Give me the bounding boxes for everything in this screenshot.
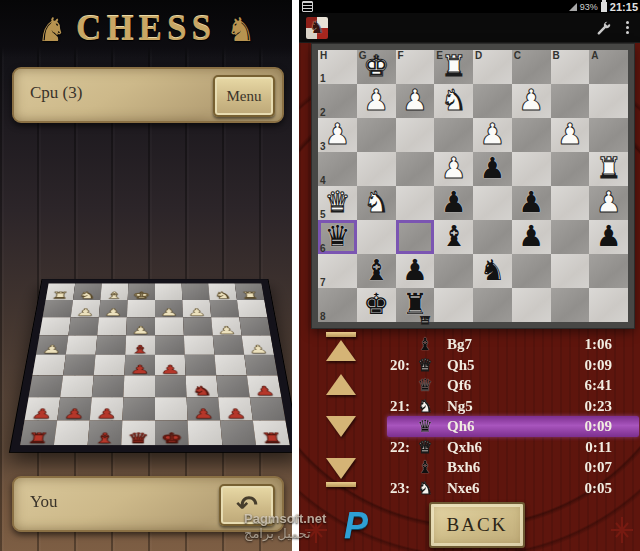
black-bishop-icon: ♝ [412,459,438,476]
you-bar: You ↶ [12,476,284,532]
square-a3[interactable] [239,317,270,335]
rank-label-1: 1 [320,73,326,84]
square-h1[interactable]: ♜ [46,284,75,300]
move-row-Qxh6[interactable]: 22:♛Qxh60:11 [299,437,640,458]
square-d5[interactable]: ♟ [155,355,186,376]
piece-cream-pawn-c2: ♟ [187,307,206,317]
square-b4[interactable] [213,336,244,355]
piece-black-pawn-d4: ♟ [479,154,505,183]
square-g8[interactable] [54,420,90,445]
square-g6[interactable] [60,375,94,397]
move-number: 21: [299,398,412,415]
square-c5[interactable]: ♟ [512,186,551,220]
square-e8[interactable]: ♛ [121,420,155,445]
square-d3[interactable] [155,317,184,335]
square-d5[interactable] [473,186,512,220]
battery-percent: 93% [580,2,598,12]
piece-red-pawn-d5: ♟ [160,364,180,376]
square-e5[interactable]: ♟ [124,355,155,376]
piece-cream-pawn-g2: ♟ [76,307,95,317]
piece-black-pawn-a6: ♟ [596,222,622,251]
piece-red-pawn-c7: ♟ [192,407,214,420]
move-time: 0:07 [552,459,640,476]
move-time: 0:09 [552,418,640,435]
move-san: Bg7 [438,336,552,353]
square-f6[interactable] [396,220,435,254]
left-app-panel: ♞ CHESS ♞ Cpu (3) Menu ♜♞♝♚♞♜♟♟♟♟♟♟♟♝♟♟♟… [0,0,292,551]
piece-red-queen-e8: ♛ [127,431,149,445]
move-time: 1:06 [552,336,640,353]
piece-white-pawn-h3: ♟ [324,120,350,149]
square-g4[interactable] [66,336,97,355]
square-g2[interactable]: ♟ [357,84,396,118]
file-label-f: F [398,50,404,61]
move-time: 0:23 [552,398,640,415]
square-h5[interactable]: ♛5 [318,186,357,220]
square-c4[interactable] [512,152,551,186]
square-e4[interactable]: ♟ [434,152,473,186]
piece-cream-knight-g1: ♞ [78,291,97,300]
piece-cream-pawn-h4: ♟ [41,344,62,355]
square-c3[interactable] [512,118,551,152]
square-e7[interactable] [434,254,473,288]
rank-label-3: 3 [320,141,326,152]
piece-white-knight-e2: ♞ [441,86,467,115]
board-3d-wrapper: ♜♞♝♚♞♜♟♟♟♟♟♟♟♝♟♟♟♞♟♟♟♟♟♟♜♝♛♚♜ [10,208,282,442]
square-f7[interactable]: ♟ [90,397,124,420]
square-f2[interactable]: ♟ [99,300,128,317]
square-g4[interactable] [357,152,396,186]
square-d2[interactable] [473,84,512,118]
square-d8[interactable]: ♚ [155,420,189,445]
piece-black-rook-f8: ♜ [402,290,428,319]
square-c7[interactable]: ♟ [187,397,221,420]
square-b7[interactable] [551,254,590,288]
rank-label-4: 4 [320,175,326,186]
file-label-h: H [320,50,327,61]
square-e4[interactable]: ♝ [125,336,155,355]
square-d4[interactable] [155,336,185,355]
square-a4[interactable]: ♜ [589,152,628,186]
piece-cream-pawn-b3: ♟ [217,325,237,335]
square-b8[interactable] [220,420,256,445]
square-d4[interactable]: ♟ [473,152,512,186]
square-e7[interactable] [122,397,155,420]
square-f2[interactable]: ♟ [396,84,435,118]
square-h4[interactable]: ♟ [36,336,68,355]
knight-right-icon: ♞ [226,13,256,46]
square-h3[interactable] [39,317,70,335]
piece-black-knight-d7: ♞ [479,256,505,285]
move-number: 22: [299,439,412,456]
piece-cream-rook-a1: ♜ [240,291,259,300]
square-b6[interactable] [551,220,590,254]
square-b6[interactable] [216,375,250,397]
file-label-e: E [436,50,443,61]
square-e6[interactable]: ♝ [434,220,473,254]
square-h3[interactable]: ♟3 [318,118,357,152]
square-g1[interactable]: ♞ [73,284,102,300]
piece-black-pawn-e5: ♟ [441,188,467,217]
square-f5[interactable] [396,186,435,220]
square-d7[interactable] [155,397,188,420]
piece-white-rook-a4: ♜ [596,154,622,183]
square-c3[interactable] [183,317,213,335]
piece-white-rook-e1: ♜ [441,52,467,81]
square-a6[interactable]: ♟ [589,220,628,254]
piece-white-pawn-d3: ♟ [479,120,505,149]
app-title: CHESS [76,9,216,49]
square-g7[interactable]: ♝ [357,254,396,288]
piece-white-pawn-b3: ♟ [557,120,583,149]
piece-red-rook-a8: ♜ [260,431,284,445]
square-a5[interactable]: ♟ [589,186,628,220]
square-b3[interactable]: ♟ [211,317,241,335]
square-h8[interactable]: ♜ [20,420,57,445]
menu-button-label: Menu [227,88,262,105]
square-a2[interactable] [589,84,628,118]
black-bishop-icon: ♝ [412,336,438,353]
square-a6[interactable]: ♟ [247,375,281,397]
piece-red-pawn-e5: ♟ [130,364,150,376]
white-knight-icon: ♞ [412,480,438,497]
piece-red-pawn-g7: ♟ [63,407,86,420]
piece-cream-pawn-a4: ♟ [248,344,269,355]
right-app-panel: 93% 21:15 ♞ H1♚GF♜EDCBA2♟♟♞♟♟3♟♟4♟♟♜♛5♞♟… [299,0,640,551]
square-b4[interactable] [551,152,590,186]
move-san: Qf6 [438,377,552,394]
file-label-b: B [553,50,560,61]
move-row-Qf6[interactable]: ♛Qf66:41 [299,375,640,396]
square-f3[interactable] [97,317,127,335]
square-c7[interactable] [512,254,551,288]
cpu-bar: Cpu (3) Menu [12,67,284,123]
rank-label-6: 6 [320,243,326,254]
move-san: Qxh6 [438,439,552,456]
square-c1[interactable]: C [512,50,551,84]
piece-white-pawn-g2: ♟ [363,86,389,115]
corner-ornament-left [301,515,331,545]
square-f7[interactable]: ♟ [396,254,435,288]
square-a7[interactable] [250,397,286,420]
square-e5[interactable]: ♟ [434,186,473,220]
signal-icon [569,3,577,11]
square-d6[interactable] [473,220,512,254]
piece-black-bishop-e6: ♝ [441,222,467,251]
square-g5[interactable] [63,355,95,376]
piece-black-queen-h6: ♛ [324,222,350,251]
action-bar: ♞ [299,13,640,43]
battery-icon [601,2,607,12]
move-list: ♛♝Bg71:0620:♛Qh50:09♛Qf66:4121:♞Ng50:23♛… [299,316,640,506]
white-knight-icon: ♞ [412,398,438,415]
panel-divider [292,0,299,551]
move-san: Ng5 [438,398,552,415]
move-row-Ng5[interactable]: 21:♞Ng50:23 [299,396,640,417]
clock-time: 21:15 [610,1,638,13]
piece-cream-bishop-f1: ♝ [105,291,123,300]
square-d1[interactable] [155,284,182,300]
white-partial-icon: ♛ [412,316,438,327]
piece-red-pawn-f7: ♟ [95,407,117,420]
piece-black-pawn-f7: ♟ [402,256,428,285]
piece-red-pawn-b7: ♟ [225,407,248,420]
square-d3[interactable]: ♟ [473,118,512,152]
square-h7[interactable]: 7 [318,254,357,288]
piece-red-bishop-e4: ♝ [130,344,150,355]
piece-black-pawn-c5: ♟ [518,188,544,217]
piece-black-pawn-c6: ♟ [518,222,544,251]
square-b7[interactable]: ♟ [218,397,253,420]
piece-red-pawn-h7: ♟ [30,407,53,420]
square-a8[interactable]: ♜ [253,420,290,445]
menu-button[interactable]: Menu [213,75,275,117]
black-queen-icon: ♛ [412,418,438,435]
screenshot-canvas: ♞ CHESS ♞ Cpu (3) Menu ♜♞♝♚♞♜♟♟♟♟♟♟♟♝♟♟♟… [0,0,640,551]
square-b1[interactable]: ♞ [208,284,237,300]
square-a2[interactable] [237,300,267,317]
move-san: Qh6 [438,418,552,435]
white-queen-icon: ♛ [412,357,438,374]
square-a3[interactable] [589,118,628,152]
status-right-cluster: 93% 21:15 [569,1,638,13]
move-row-Bg7[interactable]: ♝Bg71:06 [299,334,640,355]
rank-label-5: 5 [320,209,326,220]
square-e2[interactable]: ♞ [434,84,473,118]
piece-red-knight-c6: ♞ [191,385,212,397]
square-h2[interactable]: 2 [318,84,357,118]
piece-red-bishop-f8: ♝ [93,431,116,445]
square-e1[interactable]: ♜E [434,50,473,84]
square-h6[interactable] [29,375,63,397]
move-number: 20: [299,357,412,374]
square-c6[interactable]: ♞ [186,375,219,397]
square-g3[interactable] [68,317,98,335]
square-a7[interactable] [589,254,628,288]
move-san: Nxe6 [438,480,552,497]
settings-wrench-icon[interactable] [596,20,612,36]
you-label: You [30,492,58,512]
file-label-c: C [514,50,521,61]
move-san: Qh5 [438,357,552,374]
move-time: 6:41 [552,377,640,394]
file-label-g: G [359,50,367,61]
white-queen-icon: ♛ [412,439,438,456]
square-d6[interactable] [155,375,187,397]
square-g3[interactable] [357,118,396,152]
move-row-Nxe6[interactable]: 23:♞Nxe60:05 [299,478,640,499]
square-g2[interactable]: ♟ [71,300,101,317]
piece-white-pawn-c2: ♟ [518,86,544,115]
square-d1[interactable]: D [473,50,512,84]
move-row-Qh6[interactable]: ♛Qh60:09 [299,416,640,437]
square-c4[interactable] [184,336,215,355]
file-label-a: A [591,50,598,61]
square-e2[interactable] [127,300,155,317]
piece-cream-pawn-f2: ♟ [104,307,123,317]
square-h2[interactable] [43,300,73,317]
back-button-label: BACK [447,514,508,536]
piece-white-pawn-a5: ♟ [596,188,622,217]
move-time: 0:05 [552,480,640,497]
piece-white-king-g1: ♚ [363,52,389,81]
square-e1[interactable]: ♚ [128,284,155,300]
square-h1[interactable]: H1 [318,50,357,84]
analysis-board: H1♚GF♜EDCBA2♟♟♞♟♟3♟♟4♟♟♜♛5♞♟♟♟♛6♝♟♟7♝♟♞8… [312,44,634,328]
square-h7[interactable]: ♟ [25,397,61,420]
overflow-menu-icon[interactable] [626,21,630,34]
rank-label-2: 2 [320,107,326,118]
move-number: 23: [299,480,412,497]
square-g6[interactable] [357,220,396,254]
piece-red-pawn-a6: ♟ [253,385,276,397]
square-h4[interactable]: 4 [318,152,357,186]
square-c2[interactable]: ♟ [512,84,551,118]
notification-icon [302,1,313,12]
square-c5[interactable] [185,355,217,376]
square-c8[interactable] [188,420,223,445]
board-3d: ♜♞♝♚♞♜♟♟♟♟♟♟♟♝♟♟♟♞♟♟♟♟♟♟♜♝♛♚♜ [10,279,292,452]
square-e6[interactable] [123,375,155,397]
square-f6[interactable] [92,375,125,397]
move-row-partial[interactable]: ♛ [299,316,640,329]
piece-cream-knight-b1: ♞ [213,291,232,300]
move-time: 0:09 [552,357,640,374]
piece-cream-pawn-d2: ♟ [160,307,179,317]
square-a4[interactable]: ♟ [242,336,274,355]
square-g5[interactable]: ♞ [357,186,396,220]
square-h5[interactable] [32,355,65,376]
square-e3[interactable]: ♟ [126,317,155,335]
square-f8[interactable]: ♝ [88,420,123,445]
square-f4[interactable] [396,152,435,186]
square-b3[interactable]: ♟ [551,118,590,152]
square-b1[interactable]: B [551,50,590,84]
square-d2[interactable]: ♟ [155,300,183,317]
piece-red-rook-h8: ♜ [26,431,50,445]
knight-left-icon: ♞ [37,13,67,46]
move-time: 0:11 [552,439,640,456]
square-b2[interactable] [210,300,240,317]
piece-white-knight-g5: ♞ [363,188,389,217]
square-f1[interactable]: F [396,50,435,84]
title-bar: ♞ CHESS ♞ [0,0,292,58]
cpu-label: Cpu (3) [30,83,82,103]
square-b5[interactable] [214,355,246,376]
piece-white-pawn-f2: ♟ [402,86,428,115]
rank-label-7: 7 [320,277,326,288]
square-f3[interactable] [396,118,435,152]
corner-ornament-right [607,515,637,545]
piece-black-king-g8: ♚ [363,290,389,319]
undo-button[interactable]: ↶ [219,484,275,526]
black-queen-icon: ♛ [412,377,438,394]
square-c1[interactable] [182,284,210,300]
square-e3[interactable] [434,118,473,152]
piece-white-queen-h5: ♛ [324,188,350,217]
square-c6[interactable]: ♟ [512,220,551,254]
square-a5[interactable] [244,355,277,376]
square-f5[interactable] [94,355,126,376]
back-button[interactable]: BACK [429,502,525,548]
piece-cream-pawn-e3: ♟ [131,325,150,335]
move-row-Qh5[interactable]: 20:♛Qh50:09 [299,355,640,376]
piece-cream-rook-h1: ♜ [50,291,69,300]
piece-white-pawn-e4: ♟ [441,154,467,183]
square-f1[interactable]: ♝ [100,284,128,300]
undo-arrow-icon: ↶ [236,490,258,520]
move-row-Bxh6[interactable]: ♝Bxh60:07 [299,457,640,478]
square-f4[interactable] [96,336,127,355]
square-h6[interactable]: ♛6 [318,220,357,254]
square-d7[interactable]: ♞ [473,254,512,288]
file-label-d: D [475,50,482,61]
square-a1[interactable]: ♜ [235,284,264,300]
piece-red-king-d8: ♚ [161,431,183,445]
piece-black-bishop-g7: ♝ [363,256,389,285]
square-g7[interactable]: ♟ [57,397,92,420]
square-b2[interactable] [551,84,590,118]
move-san: Bxh6 [438,459,552,476]
square-b5[interactable] [551,186,590,220]
chess-app-icon[interactable]: ♞ [306,17,328,39]
piece-cream-king-e1: ♚ [132,291,150,300]
square-a1[interactable]: A [589,50,628,84]
square-g1[interactable]: ♚G [357,50,396,84]
status-bar: 93% 21:15 [299,0,640,13]
square-c2[interactable]: ♟ [182,300,211,317]
